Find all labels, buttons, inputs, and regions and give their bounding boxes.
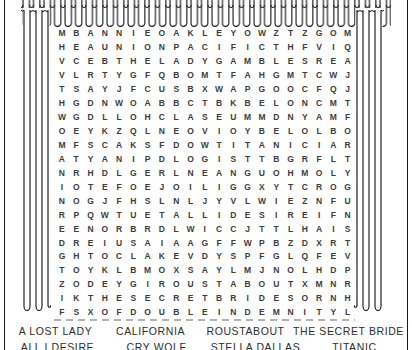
grid-cell[interactable]: T <box>255 152 269 166</box>
grid-cell[interactable]: H <box>255 68 269 82</box>
grid-cell[interactable]: T <box>55 82 69 96</box>
grid-cell[interactable]: C <box>141 82 155 96</box>
grid-cell[interactable]: J <box>112 82 126 96</box>
grid-cell[interactable]: D <box>155 222 169 236</box>
grid-cell[interactable]: A <box>169 236 183 250</box>
grid-cell[interactable]: G <box>241 166 255 180</box>
grid-cell[interactable]: L <box>198 208 212 222</box>
grid-cell[interactable]: T <box>112 208 126 222</box>
grid-cell[interactable]: S <box>169 82 183 96</box>
grid-cell[interactable]: O <box>141 40 155 54</box>
grid-cell[interactable]: L <box>155 194 169 208</box>
grid-cell[interactable]: A <box>169 27 183 41</box>
grid-cell[interactable]: N <box>312 194 326 208</box>
grid-cell[interactable]: O <box>69 194 83 208</box>
grid-cell[interactable]: M <box>255 110 269 124</box>
grid-cell[interactable]: O <box>326 180 340 194</box>
grid-cell[interactable]: I <box>198 222 212 236</box>
grid-cell[interactable]: H <box>55 96 69 110</box>
grid-cell[interactable]: M <box>241 110 255 124</box>
grid-cell[interactable]: G <box>212 54 226 68</box>
grid-cell[interactable]: I <box>312 138 326 152</box>
grid-cell[interactable]: E <box>269 124 283 138</box>
grid-cell[interactable]: V <box>341 250 355 264</box>
grid-cell[interactable]: D <box>255 292 269 306</box>
grid-cell[interactable]: E <box>69 40 83 54</box>
grid-cell[interactable]: D <box>269 110 283 124</box>
grid-cell[interactable]: K <box>226 96 240 110</box>
grid-cell[interactable]: I <box>226 138 240 152</box>
grid-cell[interactable]: L <box>241 194 255 208</box>
grid-cell[interactable]: N <box>269 138 283 152</box>
grid-cell[interactable]: T <box>269 40 283 54</box>
grid-cell[interactable]: O <box>283 264 297 278</box>
grid-cell[interactable]: C <box>98 138 112 152</box>
grid-cell[interactable]: H <box>69 250 83 264</box>
grid-cell[interactable]: R <box>312 180 326 194</box>
grid-cell[interactable]: L <box>169 166 183 180</box>
grid-cell[interactable]: C <box>312 68 326 82</box>
grid-cell[interactable]: H <box>83 166 97 180</box>
grid-cell[interactable]: R <box>312 292 326 306</box>
grid-cell[interactable]: D <box>83 96 97 110</box>
grid-cell[interactable]: N <box>169 194 183 208</box>
grid-cell[interactable]: L <box>112 110 126 124</box>
grid-cell[interactable]: Y <box>212 194 226 208</box>
grid-cell[interactable]: S <box>198 110 212 124</box>
grid-cell[interactable]: W <box>326 68 340 82</box>
grid-cell[interactable]: H <box>283 40 297 54</box>
grid-cell[interactable]: X <box>198 82 212 96</box>
grid-cell[interactable]: N <box>98 96 112 110</box>
grid-cell[interactable]: B <box>169 96 183 110</box>
grid-cell[interactable]: N <box>326 292 340 306</box>
grid-cell[interactable]: R <box>112 222 126 236</box>
grid-cell[interactable]: N <box>98 27 112 41</box>
grid-cell[interactable]: L <box>126 250 140 264</box>
grid-cell[interactable]: A <box>326 138 340 152</box>
grid-cell[interactable]: E <box>141 166 155 180</box>
grid-cell[interactable]: L <box>198 27 212 41</box>
grid-cell[interactable]: Y <box>226 27 240 41</box>
grid-cell[interactable]: J <box>341 68 355 82</box>
grid-cell[interactable]: H <box>312 264 326 278</box>
grid-cell[interactable]: A <box>141 96 155 110</box>
grid-cell[interactable]: J <box>198 194 212 208</box>
grid-cell[interactable]: H <box>141 110 155 124</box>
grid-cell[interactable]: I <box>312 208 326 222</box>
grid-cell[interactable]: K <box>98 264 112 278</box>
grid-cell[interactable]: G <box>269 68 283 82</box>
grid-cell[interactable]: B <box>126 222 140 236</box>
grid-cell[interactable]: G <box>269 250 283 264</box>
grid-cell[interactable]: A <box>312 110 326 124</box>
grid-cell[interactable]: N <box>55 194 69 208</box>
grid-cell[interactable]: N <box>83 222 97 236</box>
grid-cell[interactable]: E <box>212 27 226 41</box>
grid-cell[interactable]: L <box>269 96 283 110</box>
grid-cell[interactable]: F <box>341 110 355 124</box>
grid-cell[interactable]: L <box>283 222 297 236</box>
grid-cell[interactable]: U <box>112 236 126 250</box>
grid-cell[interactable]: R <box>155 278 169 292</box>
grid-cell[interactable]: F <box>312 250 326 264</box>
grid-cell[interactable]: O <box>98 250 112 264</box>
grid-cell[interactable]: O <box>269 166 283 180</box>
grid-cell[interactable]: L <box>112 264 126 278</box>
grid-cell[interactable]: M <box>198 68 212 82</box>
grid-cell[interactable]: O <box>155 27 169 41</box>
grid-cell[interactable]: D <box>298 236 312 250</box>
grid-cell[interactable]: I <box>126 40 140 54</box>
grid-cell[interactable]: O <box>126 110 140 124</box>
grid-cell[interactable]: V <box>198 124 212 138</box>
grid-cell[interactable]: O <box>183 138 197 152</box>
grid-cell[interactable]: T <box>241 138 255 152</box>
grid-cell[interactable]: A <box>226 278 240 292</box>
grid-cell[interactable]: T <box>155 208 169 222</box>
grid-cell[interactable]: B <box>241 96 255 110</box>
grid-cell[interactable]: K <box>69 292 83 306</box>
grid-cell[interactable]: E <box>283 54 297 68</box>
grid-cell[interactable]: C <box>298 138 312 152</box>
grid-cell[interactable]: M <box>55 138 69 152</box>
grid-cell[interactable]: V <box>183 250 197 264</box>
grid-cell[interactable]: S <box>198 278 212 292</box>
grid-cell[interactable]: C <box>183 96 197 110</box>
grid-cell[interactable]: Y <box>83 264 97 278</box>
grid-cell[interactable]: T <box>283 278 297 292</box>
grid-cell[interactable]: E <box>183 292 197 306</box>
grid-cell[interactable]: D <box>326 264 340 278</box>
grid-cell[interactable]: T <box>198 292 212 306</box>
grid-cell[interactable]: S <box>126 292 140 306</box>
grid-cell[interactable]: S <box>283 292 297 306</box>
grid-cell[interactable]: E <box>255 96 269 110</box>
grid-cell[interactable]: E <box>112 292 126 306</box>
grid-cell[interactable]: M <box>326 110 340 124</box>
grid-cell[interactable]: D <box>155 152 169 166</box>
grid-cell[interactable]: L <box>312 124 326 138</box>
grid-cell[interactable]: R <box>226 292 240 306</box>
grid-cell[interactable]: V <box>312 40 326 54</box>
grid-cell[interactable]: O <box>226 124 240 138</box>
grid-cell[interactable]: T <box>341 236 355 250</box>
grid-cell[interactable]: G <box>255 82 269 96</box>
grid-cell[interactable]: I <box>269 208 283 222</box>
grid-cell[interactable]: N <box>155 40 169 54</box>
grid-cell[interactable]: O <box>69 278 83 292</box>
grid-cell[interactable]: I <box>183 180 197 194</box>
grid-cell[interactable]: E <box>169 124 183 138</box>
grid-cell[interactable]: T <box>112 54 126 68</box>
grid-cell[interactable]: H <box>98 292 112 306</box>
grid-cell[interactable]: I <box>241 40 255 54</box>
grid-cell[interactable]: J <box>241 222 255 236</box>
grid-cell[interactable]: G <box>241 180 255 194</box>
grid-cell[interactable]: G <box>198 236 212 250</box>
grid-cell[interactable]: T <box>283 27 297 41</box>
grid-cell[interactable]: H <box>126 54 140 68</box>
grid-cell[interactable]: L <box>326 166 340 180</box>
grid-cell[interactable]: C <box>312 96 326 110</box>
grid-cell[interactable]: E <box>198 166 212 180</box>
grid-cell[interactable]: M <box>298 166 312 180</box>
grid-cell[interactable]: A <box>183 40 197 54</box>
grid-cell[interactable]: B <box>69 27 83 41</box>
grid-cell[interactable]: L <box>169 222 183 236</box>
grid-cell[interactable]: N <box>155 124 169 138</box>
grid-cell[interactable]: Z <box>269 27 283 41</box>
grid-cell[interactable]: O <box>155 264 169 278</box>
grid-cell[interactable]: O <box>255 278 269 292</box>
grid-cell[interactable]: A <box>169 54 183 68</box>
grid-cell[interactable]: L <box>169 110 183 124</box>
grid-cell[interactable]: T <box>283 180 297 194</box>
grid-cell[interactable]: V <box>55 54 69 68</box>
grid-cell[interactable]: I <box>212 40 226 54</box>
grid-cell[interactable]: B <box>212 96 226 110</box>
grid-cell[interactable]: S <box>141 194 155 208</box>
grid-cell[interactable]: S <box>255 208 269 222</box>
grid-cell[interactable]: D <box>55 236 69 250</box>
grid-cell[interactable]: T <box>212 278 226 292</box>
grid-cell[interactable]: X <box>312 236 326 250</box>
grid-cell[interactable]: G <box>69 96 83 110</box>
grid-cell[interactable]: A <box>183 236 197 250</box>
grid-cell[interactable]: N <box>298 96 312 110</box>
grid-cell[interactable]: F <box>226 68 240 82</box>
grid-cell[interactable]: T <box>212 138 226 152</box>
grid-cell[interactable]: B <box>326 124 340 138</box>
grid-cell[interactable]: O <box>183 124 197 138</box>
grid-cell[interactable]: K <box>155 250 169 264</box>
grid-cell[interactable]: A <box>241 68 255 82</box>
grid-cell[interactable]: P <box>141 152 155 166</box>
grid-cell[interactable]: C <box>298 82 312 96</box>
grid-cell[interactable]: F <box>326 208 340 222</box>
grid-cell[interactable]: E <box>69 124 83 138</box>
grid-cell[interactable]: T <box>212 68 226 82</box>
grid-cell[interactable]: N <box>341 208 355 222</box>
grid-cell[interactable]: L <box>183 208 197 222</box>
grid-cell[interactable]: T <box>83 250 97 264</box>
grid-cell[interactable]: I <box>212 180 226 194</box>
grid-cell[interactable]: S <box>83 138 97 152</box>
grid-cell[interactable]: I <box>212 208 226 222</box>
grid-cell[interactable]: V <box>55 68 69 82</box>
grid-cell[interactable]: N <box>112 40 126 54</box>
grid-cell[interactable]: W <box>55 110 69 124</box>
grid-cell[interactable]: F <box>326 194 340 208</box>
grid-cell[interactable]: I <box>155 236 169 250</box>
grid-cell[interactable]: O <box>326 27 340 41</box>
grid-cell[interactable]: E <box>69 222 83 236</box>
grid-cell[interactable]: E <box>298 208 312 222</box>
grid-cell[interactable]: T <box>298 68 312 82</box>
grid-cell[interactable]: X <box>169 264 183 278</box>
grid-cell[interactable]: A <box>198 264 212 278</box>
grid-cell[interactable]: T <box>198 96 212 110</box>
grid-cell[interactable]: Y <box>298 110 312 124</box>
grid-cell[interactable]: M <box>241 54 255 68</box>
grid-cell[interactable]: A <box>312 222 326 236</box>
grid-cell[interactable]: L <box>198 180 212 194</box>
grid-cell[interactable]: Q <box>126 124 140 138</box>
grid-cell[interactable]: Y <box>98 82 112 96</box>
grid-cell[interactable]: A <box>255 138 269 152</box>
grid-cell[interactable]: Q <box>155 68 169 82</box>
grid-cell[interactable]: C <box>212 222 226 236</box>
grid-cell[interactable]: R <box>312 54 326 68</box>
grid-cell[interactable]: T <box>69 152 83 166</box>
grid-cell[interactable]: Y <box>269 180 283 194</box>
grid-cell[interactable]: G <box>341 180 355 194</box>
grid-cell[interactable]: R <box>169 292 183 306</box>
grid-cell[interactable]: X <box>298 278 312 292</box>
grid-cell[interactable]: A <box>112 138 126 152</box>
grid-cell[interactable]: L <box>98 110 112 124</box>
grid-cell[interactable]: Y <box>83 124 97 138</box>
grid-cell[interactable]: F <box>155 138 169 152</box>
grid-cell[interactable]: E <box>55 222 69 236</box>
grid-cell[interactable]: E <box>141 27 155 41</box>
grid-cell[interactable]: G <box>312 27 326 41</box>
grid-cell[interactable]: A <box>141 236 155 250</box>
grid-cell[interactable]: E <box>141 208 155 222</box>
grid-cell[interactable]: E <box>141 180 155 194</box>
grid-cell[interactable]: U <box>183 278 197 292</box>
grid-cell[interactable]: S <box>69 82 83 96</box>
grid-cell[interactable]: G <box>126 68 140 82</box>
grid-cell[interactable]: B <box>255 124 269 138</box>
grid-cell[interactable]: T <box>83 180 97 194</box>
grid-cell[interactable]: B <box>183 82 197 96</box>
grid-cell[interactable]: Z <box>298 194 312 208</box>
grid-cell[interactable]: O <box>283 96 297 110</box>
grid-cell[interactable]: M <box>312 278 326 292</box>
grid-cell[interactable]: A <box>212 166 226 180</box>
grid-cell[interactable]: R <box>298 152 312 166</box>
grid-cell[interactable]: T <box>241 152 255 166</box>
grid-cell[interactable]: A <box>55 152 69 166</box>
grid-cell[interactable]: G <box>69 110 83 124</box>
grid-cell[interactable]: I <box>269 194 283 208</box>
grid-cell[interactable]: W <box>183 222 197 236</box>
grid-cell[interactable]: G <box>55 250 69 264</box>
grid-cell[interactable]: Y <box>112 68 126 82</box>
grid-cell[interactable]: B <box>126 264 140 278</box>
grid-cell[interactable]: F <box>212 236 226 250</box>
grid-cell[interactable]: R <box>341 138 355 152</box>
grid-cell[interactable]: P <box>241 250 255 264</box>
grid-cell[interactable]: I <box>326 222 340 236</box>
grid-cell[interactable]: Y <box>198 54 212 68</box>
grid-cell[interactable]: A <box>83 40 97 54</box>
grid-cell[interactable]: A <box>169 208 183 222</box>
grid-cell[interactable]: L <box>283 124 297 138</box>
grid-cell[interactable]: G <box>83 194 97 208</box>
grid-cell[interactable]: R <box>155 166 169 180</box>
grid-cell[interactable]: B <box>269 152 283 166</box>
grid-cell[interactable]: O <box>298 124 312 138</box>
grid-cell[interactable]: F <box>298 40 312 54</box>
grid-cell[interactable]: F <box>226 236 240 250</box>
grid-cell[interactable]: G <box>283 152 297 166</box>
grid-cell[interactable]: O <box>298 292 312 306</box>
grid-cell[interactable]: E <box>98 278 112 292</box>
grid-cell[interactable]: K <box>98 124 112 138</box>
grid-cell[interactable]: A <box>98 152 112 166</box>
grid-cell[interactable]: O <box>169 180 183 194</box>
grid-cell[interactable]: Z <box>283 236 297 250</box>
grid-cell[interactable]: P <box>69 208 83 222</box>
grid-cell[interactable]: W <box>241 236 255 250</box>
grid-cell[interactable]: F <box>126 82 140 96</box>
grid-cell[interactable]: U <box>98 40 112 54</box>
grid-cell[interactable]: O <box>55 124 69 138</box>
grid-cell[interactable]: S <box>126 236 140 250</box>
grid-cell[interactable]: F <box>312 152 326 166</box>
grid-cell[interactable]: V <box>226 194 240 208</box>
grid-cell[interactable]: J <box>341 82 355 96</box>
grid-cell[interactable]: U <box>269 278 283 292</box>
grid-cell[interactable]: A <box>83 82 97 96</box>
grid-cell[interactable]: W <box>255 27 269 41</box>
grid-cell[interactable]: N <box>326 278 340 292</box>
grid-cell[interactable]: R <box>69 166 83 180</box>
grid-cell[interactable]: S <box>298 54 312 68</box>
grid-cell[interactable]: G <box>126 278 140 292</box>
grid-cell[interactable]: E <box>98 180 112 194</box>
grid-cell[interactable]: L <box>183 194 197 208</box>
grid-cell[interactable]: H <box>126 194 140 208</box>
grid-cell[interactable]: M <box>55 27 69 41</box>
grid-cell[interactable]: O <box>98 222 112 236</box>
grid-cell[interactable]: P <box>255 236 269 250</box>
grid-cell[interactable]: R <box>141 222 155 236</box>
grid-cell[interactable]: D <box>83 278 97 292</box>
grid-cell[interactable]: A <box>226 54 240 68</box>
grid-cell[interactable]: R <box>83 68 97 82</box>
grid-cell[interactable]: Q <box>298 250 312 264</box>
grid-cell[interactable]: E <box>326 250 340 264</box>
grid-cell[interactable]: I <box>212 152 226 166</box>
grid-cell[interactable]: O <box>341 124 355 138</box>
grid-cell[interactable]: M <box>326 96 340 110</box>
grid-cell[interactable]: C <box>255 40 269 54</box>
grid-cell[interactable]: N <box>112 152 126 166</box>
grid-cell[interactable]: I <box>55 180 69 194</box>
grid-cell[interactable]: P <box>169 40 183 54</box>
grid-cell[interactable]: P <box>241 82 255 96</box>
grid-cell[interactable]: N <box>283 110 297 124</box>
grid-cell[interactable]: R <box>283 208 297 222</box>
grid-cell[interactable]: D <box>226 208 240 222</box>
grid-cell[interactable]: L <box>298 264 312 278</box>
grid-cell[interactable]: L <box>141 124 155 138</box>
grid-cell[interactable]: A <box>183 110 197 124</box>
grid-cell[interactable]: E <box>269 292 283 306</box>
grid-cell[interactable]: L <box>269 54 283 68</box>
grid-cell[interactable]: F <box>112 194 126 208</box>
grid-cell[interactable]: E <box>212 110 226 124</box>
grid-cell[interactable]: F <box>69 138 83 152</box>
grid-cell[interactable]: Z <box>55 278 69 292</box>
grid-cell[interactable]: J <box>255 264 269 278</box>
grid-cell[interactable]: A <box>83 27 97 41</box>
grid-cell[interactable]: S <box>226 152 240 166</box>
